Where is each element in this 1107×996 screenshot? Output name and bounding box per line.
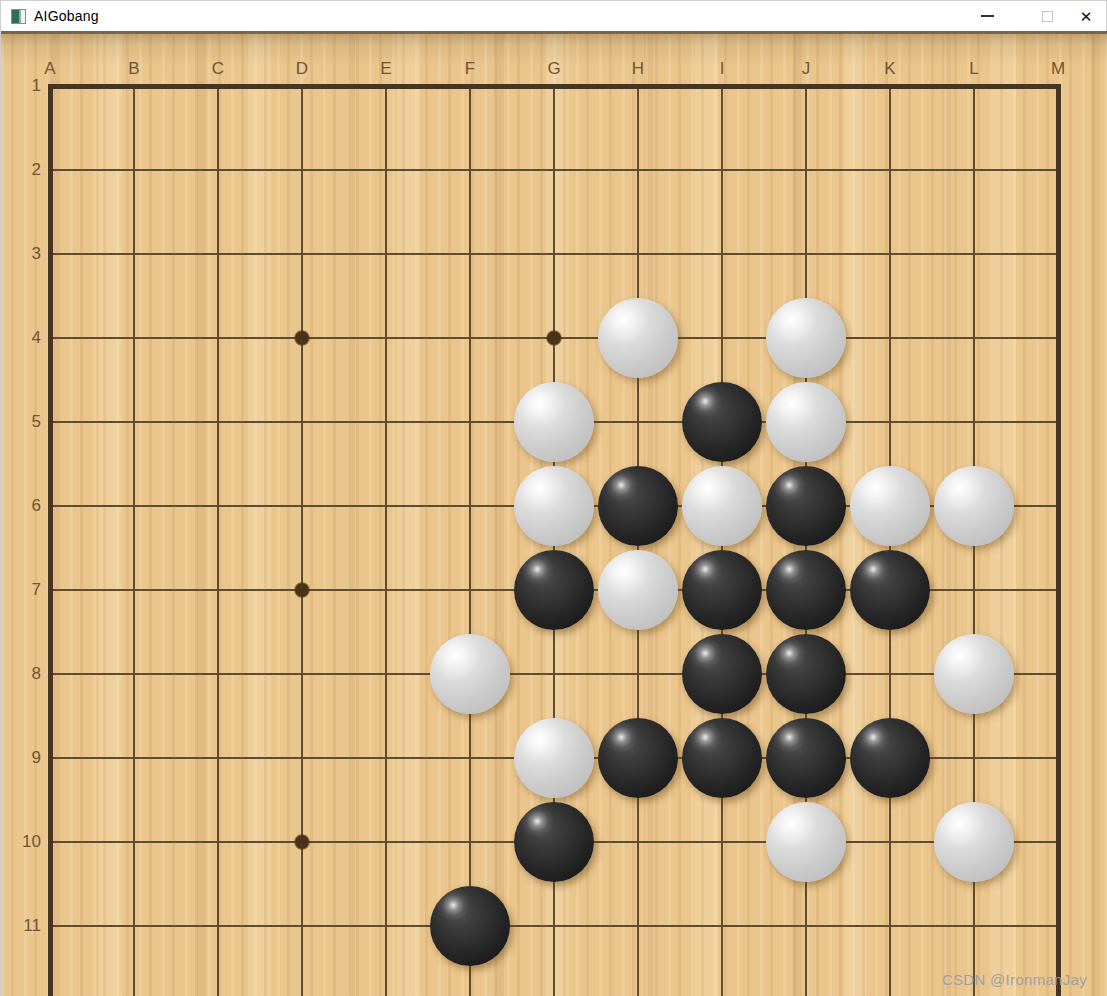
black-stone-F11: [430, 886, 510, 966]
maximize-icon: [1042, 11, 1053, 22]
grid-vline-F: [469, 84, 471, 996]
white-stone-G9: [514, 718, 594, 798]
grid-hline-8: [50, 673, 1060, 675]
close-button[interactable]: ✕: [1066, 1, 1106, 31]
grid-hline-11: [50, 925, 1060, 927]
star-point-G4: [546, 330, 562, 346]
white-stone-L10: [934, 802, 1014, 882]
grid-vline-A: [48, 84, 53, 996]
minimize-icon: [981, 15, 994, 17]
black-stone-G10: [514, 802, 594, 882]
window-title: AIGobang: [34, 8, 99, 24]
column-label-G: G: [534, 59, 574, 79]
column-label-C: C: [198, 59, 238, 79]
grid-hline-1: [50, 84, 1060, 89]
row-label-2: 2: [3, 160, 41, 180]
black-stone-I5: [682, 382, 762, 462]
black-stone-J7: [766, 550, 846, 630]
black-stone-I9: [682, 718, 762, 798]
grid-hline-3: [50, 253, 1060, 255]
column-label-J: J: [786, 59, 826, 79]
column-label-H: H: [618, 59, 658, 79]
white-stone-F8: [430, 634, 510, 714]
watermark: CSDN @IronmanJay: [942, 971, 1087, 988]
black-stone-J8: [766, 634, 846, 714]
grid-vline-C: [217, 84, 219, 996]
column-label-F: F: [450, 59, 490, 79]
black-stone-H9: [598, 718, 678, 798]
white-stone-G5: [514, 382, 594, 462]
app-window: AIGobang ✕ CSDN @IronmanJay ABCDEFGHIJKL…: [0, 0, 1107, 996]
column-label-E: E: [366, 59, 406, 79]
row-label-7: 7: [3, 580, 41, 600]
grid-vline-E: [385, 84, 387, 996]
white-stone-J4: [766, 298, 846, 378]
column-label-M: M: [1038, 59, 1078, 79]
column-label-D: D: [282, 59, 322, 79]
row-label-1: 1: [3, 76, 41, 96]
black-stone-H6: [598, 466, 678, 546]
black-stone-J9: [766, 718, 846, 798]
row-label-11: 11: [3, 916, 41, 936]
star-point-D7: [294, 582, 310, 598]
grid-vline-D: [301, 84, 303, 996]
white-stone-L8: [934, 634, 1014, 714]
app-icon: [11, 9, 26, 24]
white-stone-I6: [682, 466, 762, 546]
white-stone-J10: [766, 802, 846, 882]
star-point-D10: [294, 834, 310, 850]
row-label-3: 3: [3, 244, 41, 264]
minimize-button[interactable]: [967, 1, 1007, 31]
gomoku-board[interactable]: CSDN @IronmanJay ABCDEFGHIJKLM1234567891…: [1, 31, 1107, 996]
white-stone-K6: [850, 466, 930, 546]
row-label-9: 9: [3, 748, 41, 768]
row-label-4: 4: [3, 328, 41, 348]
column-label-K: K: [870, 59, 910, 79]
close-icon: ✕: [1080, 9, 1093, 24]
grid-vline-B: [133, 84, 135, 996]
row-label-6: 6: [3, 496, 41, 516]
black-stone-G7: [514, 550, 594, 630]
white-stone-L6: [934, 466, 1014, 546]
black-stone-J6: [766, 466, 846, 546]
maximize-button[interactable]: [1027, 1, 1067, 31]
grid-hline-2: [50, 169, 1060, 171]
black-stone-I7: [682, 550, 762, 630]
row-label-8: 8: [3, 664, 41, 684]
white-stone-H7: [598, 550, 678, 630]
white-stone-H4: [598, 298, 678, 378]
star-point-D4: [294, 330, 310, 346]
black-stone-K9: [850, 718, 930, 798]
row-label-10: 10: [3, 832, 41, 852]
grid-vline-M: [1056, 84, 1061, 996]
title-bar: AIGobang ✕: [1, 1, 1106, 31]
column-label-I: I: [702, 59, 742, 79]
column-label-B: B: [114, 59, 154, 79]
row-label-5: 5: [3, 412, 41, 432]
column-label-L: L: [954, 59, 994, 79]
black-stone-I8: [682, 634, 762, 714]
white-stone-J5: [766, 382, 846, 462]
black-stone-K7: [850, 550, 930, 630]
white-stone-G6: [514, 466, 594, 546]
